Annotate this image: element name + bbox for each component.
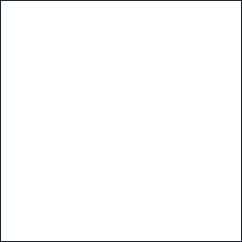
chess-board-grid xyxy=(1,1,241,241)
chess-board xyxy=(0,0,242,242)
